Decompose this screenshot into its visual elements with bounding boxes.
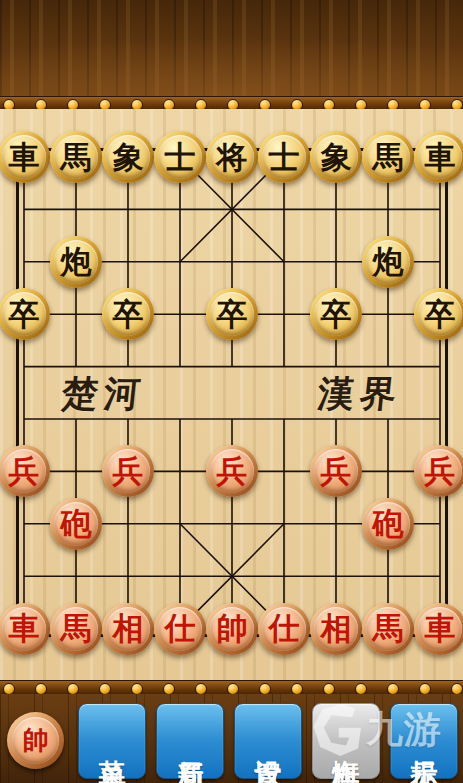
piece-black-馬[interactable]: 馬 bbox=[362, 131, 414, 183]
piece-label: 将 bbox=[217, 142, 248, 173]
piece-label: 砲 bbox=[61, 508, 92, 539]
piece-black-炮[interactable]: 炮 bbox=[362, 236, 414, 288]
piece-red-兵[interactable]: 兵 bbox=[206, 445, 258, 497]
piece-label: 車 bbox=[9, 142, 40, 173]
piece-red-仕[interactable]: 仕 bbox=[258, 603, 310, 655]
piece-label: 卒 bbox=[9, 299, 40, 330]
turn-indicator-piece: 帥 bbox=[7, 712, 64, 769]
piece-label: 馬 bbox=[61, 142, 92, 173]
piece-label: 兵 bbox=[113, 456, 144, 487]
piece-black-卒[interactable]: 卒 bbox=[206, 288, 258, 340]
piece-label: 士 bbox=[165, 142, 196, 173]
piece-red-仕[interactable]: 仕 bbox=[154, 603, 206, 655]
undo-button[interactable]: 悔棋 bbox=[312, 703, 380, 779]
piece-label: 車 bbox=[9, 613, 40, 644]
piece-black-車[interactable]: 車 bbox=[0, 131, 50, 183]
river-label-left: 楚河 bbox=[59, 367, 148, 419]
piece-label: 卒 bbox=[217, 299, 248, 330]
piece-red-帥[interactable]: 帥 bbox=[206, 603, 258, 655]
hint-button[interactable]: 提示 bbox=[390, 703, 458, 779]
piece-label: 馬 bbox=[373, 142, 404, 173]
piece-black-馬[interactable]: 馬 bbox=[50, 131, 102, 183]
piece-label: 炮 bbox=[373, 246, 404, 277]
piece-black-象[interactable]: 象 bbox=[310, 131, 362, 183]
piece-label: 兵 bbox=[217, 456, 248, 487]
piece-black-卒[interactable]: 卒 bbox=[102, 288, 154, 340]
piece-red-車[interactable]: 車 bbox=[0, 603, 50, 655]
piece-label: 兵 bbox=[9, 456, 40, 487]
piece-black-卒[interactable]: 卒 bbox=[414, 288, 463, 340]
menu-button[interactable]: 菜单 bbox=[78, 703, 146, 779]
piece-label: 馬 bbox=[61, 613, 92, 644]
xiangqi-app: 楚河 漢界 車馬象士将士象馬車炮炮卒卒卒卒卒兵兵兵兵兵砲砲車馬相仕帥仕相馬車 帥… bbox=[0, 0, 463, 783]
settings-button[interactable]: 设置 bbox=[234, 703, 302, 779]
piece-red-馬[interactable]: 馬 bbox=[362, 603, 414, 655]
piece-black-象[interactable]: 象 bbox=[102, 131, 154, 183]
piece-black-車[interactable]: 車 bbox=[414, 131, 463, 183]
river-label-right: 漢界 bbox=[315, 367, 404, 419]
piece-black-卒[interactable]: 卒 bbox=[310, 288, 362, 340]
turn-indicator-label: 帥 bbox=[23, 723, 49, 758]
piece-label: 車 bbox=[425, 142, 456, 173]
piece-red-相[interactable]: 相 bbox=[310, 603, 362, 655]
piece-label: 相 bbox=[113, 613, 144, 644]
piece-label: 士 bbox=[269, 142, 300, 173]
piece-label: 兵 bbox=[321, 456, 352, 487]
piece-red-車[interactable]: 車 bbox=[414, 603, 463, 655]
xiangqi-board[interactable]: 楚河 漢界 車馬象士将士象馬車炮炮卒卒卒卒卒兵兵兵兵兵砲砲車馬相仕帥仕相馬車 bbox=[0, 109, 463, 681]
piece-black-炮[interactable]: 炮 bbox=[50, 236, 102, 288]
piece-label: 卒 bbox=[425, 299, 456, 330]
piece-label: 帥 bbox=[217, 613, 248, 644]
piece-label: 仕 bbox=[165, 613, 196, 644]
new-game-button[interactable]: 新局 bbox=[156, 703, 224, 779]
piece-label: 仕 bbox=[269, 613, 300, 644]
piece-label: 卒 bbox=[321, 299, 352, 330]
piece-label: 象 bbox=[113, 142, 144, 173]
piece-label: 象 bbox=[321, 142, 352, 173]
piece-black-士[interactable]: 士 bbox=[258, 131, 310, 183]
piece-label: 車 bbox=[425, 613, 456, 644]
piece-red-馬[interactable]: 馬 bbox=[50, 603, 102, 655]
piece-red-兵[interactable]: 兵 bbox=[414, 445, 463, 497]
piece-black-士[interactable]: 士 bbox=[154, 131, 206, 183]
piece-red-相[interactable]: 相 bbox=[102, 603, 154, 655]
piece-label: 炮 bbox=[61, 246, 92, 277]
piece-red-兵[interactable]: 兵 bbox=[102, 445, 154, 497]
piece-red-兵[interactable]: 兵 bbox=[310, 445, 362, 497]
piece-red-砲[interactable]: 砲 bbox=[50, 498, 102, 550]
top-wood-panel bbox=[0, 0, 463, 98]
piece-black-将[interactable]: 将 bbox=[206, 131, 258, 183]
piece-label: 砲 bbox=[373, 508, 404, 539]
piece-red-砲[interactable]: 砲 bbox=[362, 498, 414, 550]
piece-label: 兵 bbox=[425, 456, 456, 487]
piece-label: 相 bbox=[321, 613, 352, 644]
piece-label: 馬 bbox=[373, 613, 404, 644]
piece-label: 卒 bbox=[113, 299, 144, 330]
